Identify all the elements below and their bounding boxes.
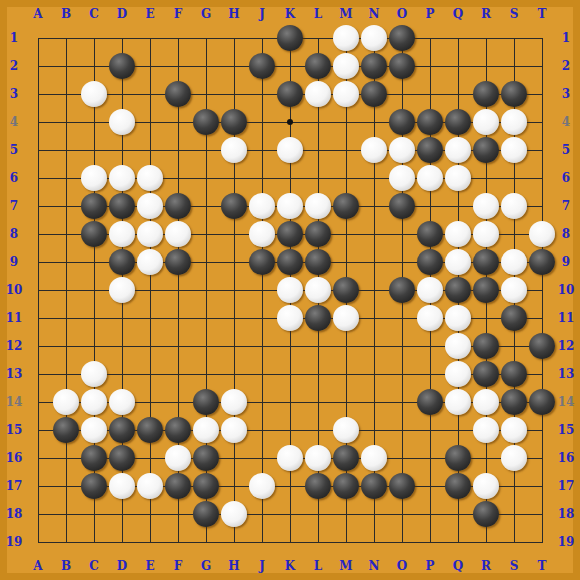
stone-white [221, 389, 247, 415]
stone-white [81, 361, 107, 387]
row-label-right: 14 [558, 396, 575, 408]
stone-white [277, 193, 303, 219]
stone-white [221, 137, 247, 163]
stone-black [389, 25, 415, 51]
stone-white [501, 249, 527, 275]
stone-black [193, 501, 219, 527]
stone-black [389, 53, 415, 79]
row-label-left: 15 [6, 424, 23, 436]
col-label-bottom: B [61, 560, 71, 572]
row-label-left: 19 [6, 536, 23, 548]
stone-black [473, 137, 499, 163]
stone-white [389, 137, 415, 163]
col-label-bottom: D [117, 560, 127, 572]
stone-white [501, 109, 527, 135]
stone-white [361, 137, 387, 163]
row-label-left: 8 [10, 228, 18, 240]
stone-black [165, 193, 191, 219]
stone-black [473, 333, 499, 359]
stone-white [305, 445, 331, 471]
col-label-bottom: K [285, 560, 295, 572]
stone-white [137, 221, 163, 247]
row-label-left: 9 [10, 256, 18, 268]
row-label-right: 16 [558, 452, 575, 464]
col-label-top: M [339, 8, 352, 20]
col-label-top: Q [453, 8, 463, 20]
row-label-right: 7 [562, 200, 570, 212]
stone-white [305, 277, 331, 303]
row-label-right: 5 [562, 144, 570, 156]
col-label-bottom: Q [453, 560, 463, 572]
stone-white [109, 277, 135, 303]
stone-white [277, 137, 303, 163]
stone-black [53, 417, 79, 443]
stone-white [473, 389, 499, 415]
row-label-left: 6 [10, 172, 18, 184]
stone-white [361, 25, 387, 51]
stone-white [389, 165, 415, 191]
stone-white [137, 249, 163, 275]
stone-white [305, 81, 331, 107]
stone-white [221, 501, 247, 527]
stone-black [529, 333, 555, 359]
stone-black [81, 445, 107, 471]
stone-white [81, 417, 107, 443]
col-label-top: A [33, 8, 42, 20]
stone-white [109, 473, 135, 499]
stone-black [221, 109, 247, 135]
stone-black [221, 193, 247, 219]
stone-black [473, 249, 499, 275]
stone-white [445, 165, 471, 191]
stone-white [305, 193, 331, 219]
row-label-right: 19 [558, 536, 575, 548]
col-label-top: O [397, 8, 407, 20]
go-board: AABBCCDDEEFFGGHHJJKKLLMMNNOOPPQQRRSSTT11… [0, 0, 580, 580]
stone-black [305, 249, 331, 275]
stone-white [417, 305, 443, 331]
stone-white [473, 221, 499, 247]
stone-white [501, 137, 527, 163]
stone-black [361, 53, 387, 79]
stone-white [529, 221, 555, 247]
stone-black [445, 109, 471, 135]
stone-black [361, 473, 387, 499]
stone-white [81, 81, 107, 107]
stone-black [473, 81, 499, 107]
col-label-bottom: J [259, 560, 265, 572]
row-label-right: 10 [558, 284, 575, 296]
stone-black [417, 389, 443, 415]
stone-black [417, 137, 443, 163]
col-label-bottom: T [538, 560, 547, 572]
row-label-left: 17 [6, 480, 23, 492]
stone-black [389, 193, 415, 219]
col-label-top: F [174, 8, 183, 20]
row-label-left: 4 [10, 116, 18, 128]
stone-black [501, 305, 527, 331]
stone-black [445, 277, 471, 303]
stone-black [193, 389, 219, 415]
row-label-left: 18 [6, 508, 23, 520]
stone-white [81, 389, 107, 415]
stone-black [417, 109, 443, 135]
row-label-right: 15 [558, 424, 575, 436]
stone-white [109, 221, 135, 247]
row-label-right: 9 [562, 256, 570, 268]
stone-white [333, 305, 359, 331]
col-label-bottom: M [339, 560, 352, 572]
stone-white [333, 25, 359, 51]
row-label-right: 13 [558, 368, 575, 380]
stone-black [417, 249, 443, 275]
col-label-bottom: L [314, 560, 322, 572]
star-point [287, 119, 293, 125]
stone-white [417, 165, 443, 191]
stone-white [473, 417, 499, 443]
col-label-top: B [61, 8, 71, 20]
row-label-left: 3 [10, 88, 18, 100]
row-label-right: 2 [562, 60, 570, 72]
stone-white [249, 193, 275, 219]
stone-black [165, 81, 191, 107]
stone-white [165, 445, 191, 471]
col-label-top: H [228, 8, 239, 20]
stone-black [333, 445, 359, 471]
stone-white [277, 277, 303, 303]
col-label-top: G [201, 8, 211, 20]
stone-black [529, 389, 555, 415]
stone-white [473, 109, 499, 135]
stone-white [81, 165, 107, 191]
grid-line-horizontal [38, 542, 543, 543]
stone-white [473, 193, 499, 219]
stone-white [417, 277, 443, 303]
col-label-top: R [481, 8, 491, 20]
stone-white [333, 417, 359, 443]
row-label-right: 18 [558, 508, 575, 520]
stone-black [445, 473, 471, 499]
row-label-left: 14 [6, 396, 23, 408]
stone-black [81, 473, 107, 499]
stone-black [109, 249, 135, 275]
stone-white [165, 221, 191, 247]
stone-white [501, 417, 527, 443]
stone-black [305, 305, 331, 331]
row-label-left: 13 [6, 368, 23, 380]
stone-white [361, 445, 387, 471]
stone-black [277, 249, 303, 275]
col-label-bottom: O [397, 560, 407, 572]
stone-white [249, 473, 275, 499]
row-label-left: 12 [6, 340, 23, 352]
stone-black [501, 361, 527, 387]
row-label-right: 6 [562, 172, 570, 184]
col-label-bottom: N [369, 560, 380, 572]
col-label-top: N [369, 8, 380, 20]
col-label-bottom: S [510, 560, 519, 572]
stone-black [473, 277, 499, 303]
stone-white [53, 389, 79, 415]
stone-white [333, 81, 359, 107]
row-label-right: 8 [562, 228, 570, 240]
stone-black [165, 473, 191, 499]
stone-black [389, 277, 415, 303]
stone-white [445, 361, 471, 387]
stone-black [277, 81, 303, 107]
stone-black [417, 221, 443, 247]
stone-black [333, 277, 359, 303]
row-label-right: 4 [562, 116, 570, 128]
row-label-left: 11 [6, 312, 23, 324]
stone-black [445, 445, 471, 471]
col-label-bottom: C [89, 560, 99, 572]
stone-black [193, 445, 219, 471]
row-label-left: 1 [10, 32, 18, 44]
row-label-right: 11 [558, 312, 575, 324]
row-label-left: 7 [10, 200, 18, 212]
stone-white [137, 473, 163, 499]
stone-white [445, 333, 471, 359]
stone-white [249, 221, 275, 247]
grid-line-horizontal [38, 514, 543, 515]
stone-black [529, 249, 555, 275]
stone-black [305, 221, 331, 247]
stone-black [333, 193, 359, 219]
row-label-left: 5 [10, 144, 18, 156]
stone-black [249, 53, 275, 79]
stone-white [445, 305, 471, 331]
stone-black [305, 53, 331, 79]
stone-black [193, 473, 219, 499]
stone-white [277, 445, 303, 471]
stone-white [445, 249, 471, 275]
grid-line-vertical [542, 38, 543, 543]
stone-black [165, 417, 191, 443]
stone-black [109, 445, 135, 471]
col-label-bottom: F [174, 560, 183, 572]
stone-black [473, 361, 499, 387]
stone-black [81, 221, 107, 247]
stone-black [165, 249, 191, 275]
col-label-top: T [538, 8, 547, 20]
col-label-bottom: A [33, 560, 42, 572]
col-label-top: D [117, 8, 127, 20]
row-label-left: 10 [6, 284, 23, 296]
col-label-top: L [314, 8, 322, 20]
stone-white [109, 165, 135, 191]
stone-white [333, 53, 359, 79]
stone-white [501, 193, 527, 219]
stone-black [389, 109, 415, 135]
col-label-top: C [89, 8, 99, 20]
stone-white [501, 277, 527, 303]
row-label-left: 2 [10, 60, 18, 72]
stone-black [333, 473, 359, 499]
stone-black [501, 81, 527, 107]
row-label-right: 12 [558, 340, 575, 352]
stone-white [109, 109, 135, 135]
stone-black [109, 53, 135, 79]
stone-white [193, 417, 219, 443]
col-label-bottom: E [145, 560, 154, 572]
stone-black [277, 25, 303, 51]
stone-white [109, 389, 135, 415]
stone-black [473, 501, 499, 527]
stone-black [81, 193, 107, 219]
stone-white [501, 445, 527, 471]
stone-black [193, 109, 219, 135]
row-label-right: 3 [562, 88, 570, 100]
col-label-bottom: G [201, 560, 211, 572]
stone-black [305, 473, 331, 499]
col-label-top: S [510, 8, 519, 20]
stone-white [473, 473, 499, 499]
stone-black [277, 221, 303, 247]
col-label-bottom: R [481, 560, 491, 572]
stone-black [137, 417, 163, 443]
stone-black [361, 81, 387, 107]
col-label-top: K [285, 8, 295, 20]
stone-black [389, 473, 415, 499]
row-label-right: 17 [558, 480, 575, 492]
col-label-bottom: P [425, 560, 434, 572]
stone-white [277, 305, 303, 331]
stone-black [109, 193, 135, 219]
stone-white [445, 221, 471, 247]
stone-black [109, 417, 135, 443]
row-label-left: 16 [6, 452, 23, 464]
col-label-bottom: H [228, 560, 239, 572]
stone-black [249, 249, 275, 275]
stone-white [137, 193, 163, 219]
stone-white [445, 389, 471, 415]
col-label-top: J [259, 8, 265, 20]
stone-white [137, 165, 163, 191]
stone-white [445, 137, 471, 163]
stone-white [221, 417, 247, 443]
stone-black [501, 389, 527, 415]
col-label-top: P [425, 8, 434, 20]
row-label-right: 1 [562, 32, 570, 44]
col-label-top: E [145, 8, 154, 20]
